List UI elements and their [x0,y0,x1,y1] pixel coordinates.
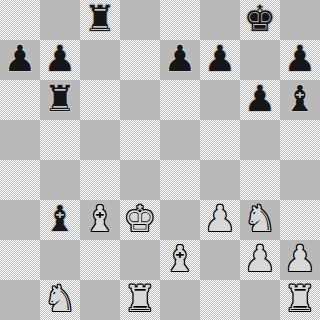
black-pawn[interactable]: ♟ [284,41,316,77]
square-f6[interactable] [200,80,240,120]
square-c2[interactable] [80,240,120,280]
square-e2[interactable]: ♝ [160,240,200,280]
white-rook[interactable]: ♜ [124,281,156,317]
square-c4[interactable] [80,160,120,200]
square-h4[interactable] [280,160,320,200]
white-pawn[interactable]: ♟ [244,241,276,277]
square-g5[interactable] [240,120,280,160]
square-d6[interactable] [120,80,160,120]
black-pawn[interactable]: ♟ [44,41,76,77]
square-c8[interactable]: ♜ [80,0,120,40]
chess-board: ♜♚♟♟♟♟♟♜♟♝♝♝♚♟♞♝♟♟♞♜♜ [0,0,320,320]
square-h8[interactable] [280,0,320,40]
square-d1[interactable]: ♜ [120,280,160,320]
square-f1[interactable] [200,280,240,320]
square-b3[interactable]: ♝ [40,200,80,240]
square-c7[interactable] [80,40,120,80]
square-b1[interactable]: ♞ [40,280,80,320]
black-bishop[interactable]: ♝ [44,201,76,237]
square-b5[interactable] [40,120,80,160]
square-f4[interactable] [200,160,240,200]
white-king[interactable]: ♚ [124,201,156,237]
black-rook[interactable]: ♜ [44,81,76,117]
white-bishop[interactable]: ♝ [164,241,196,277]
black-rook[interactable]: ♜ [84,1,116,37]
square-f8[interactable] [200,0,240,40]
black-pawn[interactable]: ♟ [4,41,36,77]
square-g2[interactable]: ♟ [240,240,280,280]
square-g7[interactable] [240,40,280,80]
square-b6[interactable]: ♜ [40,80,80,120]
square-h2[interactable]: ♟ [280,240,320,280]
square-g8[interactable]: ♚ [240,0,280,40]
square-a5[interactable] [0,120,40,160]
square-e1[interactable] [160,280,200,320]
square-d7[interactable] [120,40,160,80]
black-bishop[interactable]: ♝ [284,81,316,117]
square-e3[interactable] [160,200,200,240]
square-f5[interactable] [200,120,240,160]
square-g4[interactable] [240,160,280,200]
square-g1[interactable] [240,280,280,320]
square-f2[interactable] [200,240,240,280]
square-e7[interactable]: ♟ [160,40,200,80]
black-pawn[interactable]: ♟ [204,41,236,77]
black-king[interactable]: ♚ [244,1,276,37]
square-h1[interactable]: ♜ [280,280,320,320]
square-c6[interactable] [80,80,120,120]
square-c1[interactable] [80,280,120,320]
square-a1[interactable] [0,280,40,320]
square-b7[interactable]: ♟ [40,40,80,80]
square-a8[interactable] [0,0,40,40]
square-h3[interactable] [280,200,320,240]
square-e5[interactable] [160,120,200,160]
square-a2[interactable] [0,240,40,280]
square-f7[interactable]: ♟ [200,40,240,80]
square-c3[interactable]: ♝ [80,200,120,240]
square-a4[interactable] [0,160,40,200]
white-knight[interactable]: ♞ [44,281,76,317]
black-pawn[interactable]: ♟ [244,81,276,117]
square-b8[interactable] [40,0,80,40]
square-d2[interactable] [120,240,160,280]
square-d5[interactable] [120,120,160,160]
square-c5[interactable] [80,120,120,160]
white-pawn[interactable]: ♟ [284,241,316,277]
square-a3[interactable] [0,200,40,240]
black-pawn[interactable]: ♟ [164,41,196,77]
square-h6[interactable]: ♝ [280,80,320,120]
square-e8[interactable] [160,0,200,40]
white-knight[interactable]: ♞ [244,201,276,237]
square-g6[interactable]: ♟ [240,80,280,120]
square-d8[interactable] [120,0,160,40]
square-e6[interactable] [160,80,200,120]
square-e4[interactable] [160,160,200,200]
square-h7[interactable]: ♟ [280,40,320,80]
square-d3[interactable]: ♚ [120,200,160,240]
square-b2[interactable] [40,240,80,280]
square-a7[interactable]: ♟ [0,40,40,80]
white-rook[interactable]: ♜ [284,281,316,317]
white-bishop[interactable]: ♝ [84,201,116,237]
square-b4[interactable] [40,160,80,200]
white-pawn[interactable]: ♟ [204,201,236,237]
square-h5[interactable] [280,120,320,160]
square-a6[interactable] [0,80,40,120]
square-d4[interactable] [120,160,160,200]
square-g3[interactable]: ♞ [240,200,280,240]
square-f3[interactable]: ♟ [200,200,240,240]
